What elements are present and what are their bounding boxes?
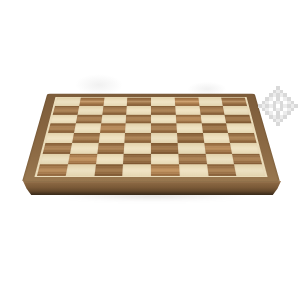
square-b8 <box>79 98 104 106</box>
square-g7 <box>199 106 225 115</box>
square-h1 <box>234 164 265 176</box>
square-e6 <box>151 114 176 123</box>
square-d6 <box>126 114 151 123</box>
watermark-logo <box>258 86 298 126</box>
square-c4 <box>98 133 125 143</box>
square-e8 <box>151 98 175 106</box>
square-f7 <box>175 106 200 115</box>
square-b5 <box>74 124 101 133</box>
square-f1 <box>179 164 208 176</box>
square-c3 <box>97 143 125 153</box>
square-f3 <box>177 143 205 153</box>
square-e7 <box>151 106 176 115</box>
square-b7 <box>77 106 103 115</box>
square-g3 <box>204 143 232 153</box>
square-f4 <box>177 133 204 143</box>
square-d4 <box>125 133 151 143</box>
square-g4 <box>203 133 231 143</box>
square-e3 <box>151 143 178 153</box>
square-e5 <box>151 124 177 133</box>
square-h5 <box>226 124 254 133</box>
square-b1 <box>65 164 95 176</box>
square-d1 <box>122 164 151 176</box>
square-c1 <box>94 164 123 176</box>
square-a5 <box>48 124 76 133</box>
square-a4 <box>45 133 73 143</box>
square-e2 <box>151 153 179 164</box>
square-d8 <box>127 98 151 106</box>
square-e4 <box>151 133 177 143</box>
square-d5 <box>125 124 151 133</box>
square-h8 <box>221 98 247 106</box>
pixel-diamond-icon <box>258 86 298 126</box>
square-f6 <box>176 114 202 123</box>
square-f2 <box>178 153 206 164</box>
square-g1 <box>207 164 237 176</box>
square-h4 <box>228 133 256 143</box>
square-h7 <box>223 106 249 115</box>
square-e1 <box>151 164 180 176</box>
square-b3 <box>70 143 98 153</box>
square-a6 <box>50 114 77 123</box>
square-g6 <box>200 114 226 123</box>
square-a3 <box>43 143 72 153</box>
square-g5 <box>201 124 228 133</box>
maple-pinstripe <box>34 97 267 177</box>
square-f8 <box>174 98 199 106</box>
square-h6 <box>225 114 252 123</box>
square-c5 <box>100 124 126 133</box>
square-a8 <box>55 98 81 106</box>
square-b2 <box>68 153 97 164</box>
square-c6 <box>101 114 127 123</box>
square-a1 <box>37 164 68 176</box>
square-h2 <box>232 153 262 164</box>
square-b4 <box>72 133 100 143</box>
square-c7 <box>102 106 127 115</box>
square-a7 <box>53 106 79 115</box>
square-d2 <box>123 153 151 164</box>
square-f5 <box>176 124 202 133</box>
square-d3 <box>124 143 151 153</box>
photo-canvas <box>0 0 300 300</box>
square-b6 <box>76 114 102 123</box>
square-c2 <box>95 153 123 164</box>
square-h3 <box>230 143 259 153</box>
square-g8 <box>198 98 223 106</box>
chessboard <box>22 94 280 182</box>
square-d7 <box>126 106 151 115</box>
square-g2 <box>205 153 234 164</box>
board-side-edge <box>23 181 281 195</box>
square-c8 <box>103 98 128 106</box>
square-a2 <box>40 153 70 164</box>
checker-grid <box>37 98 265 177</box>
